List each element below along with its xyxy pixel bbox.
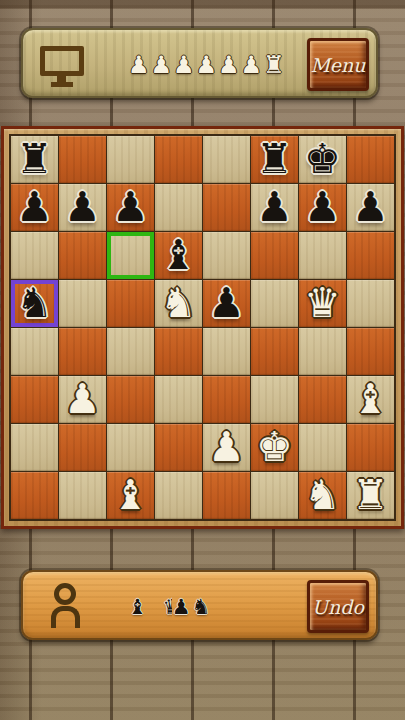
piece-black-pawn[interactable]: ♟ — [208, 280, 245, 327]
square-g4[interactable] — [299, 328, 346, 375]
captured-black-pieces-tray: ♝♛♟♞ — [128, 572, 211, 642]
square-e5[interactable]: ♟ — [203, 280, 250, 327]
square-c3[interactable] — [107, 376, 154, 423]
captured-white-pawn-icon: ♟ — [196, 53, 218, 77]
square-h1[interactable]: ♜ — [347, 472, 394, 519]
square-a4[interactable] — [11, 328, 58, 375]
square-g6[interactable] — [299, 232, 346, 279]
piece-black-king[interactable]: ♚ — [304, 136, 341, 183]
square-h4[interactable] — [347, 328, 394, 375]
square-e4[interactable] — [203, 328, 250, 375]
square-h3[interactable]: ♝ — [347, 376, 394, 423]
square-g8[interactable]: ♚ — [299, 136, 346, 183]
piece-black-rook[interactable]: ♜ — [16, 136, 53, 183]
piece-white-knight[interactable]: ♞ — [160, 280, 197, 327]
piece-black-pawn[interactable]: ♟ — [256, 184, 293, 231]
chess-app-screen: ♟♟♟♟♟♟♜ Menu ♜♜♚♟♟♟♟♟♟♝♞♞♟♛♟♝♟♚♝♞♜ ♝♛♟♞ … — [0, 0, 405, 720]
piece-white-rook[interactable]: ♜ — [352, 472, 389, 519]
captured-white-pawn-icon: ♟ — [218, 53, 240, 77]
piece-white-bishop[interactable]: ♝ — [112, 472, 149, 519]
piece-black-pawn[interactable]: ♟ — [64, 184, 101, 231]
piece-white-knight[interactable]: ♞ — [304, 472, 341, 519]
square-e8[interactable] — [203, 136, 250, 183]
square-a2[interactable] — [11, 424, 58, 471]
piece-black-knight[interactable]: ♞ — [16, 280, 53, 327]
captured-black-knight-icon: ♞ — [192, 597, 211, 618]
square-f3[interactable] — [251, 376, 298, 423]
square-a8[interactable]: ♜ — [11, 136, 58, 183]
square-e6[interactable] — [203, 232, 250, 279]
square-g3[interactable] — [299, 376, 346, 423]
square-b1[interactable] — [59, 472, 106, 519]
last-move-from-highlight — [107, 232, 154, 279]
square-h2[interactable] — [347, 424, 394, 471]
piece-white-bishop[interactable]: ♝ — [352, 376, 389, 423]
square-c6[interactable] — [107, 232, 154, 279]
captured-black-pawn-icon: ♟ — [172, 597, 191, 618]
square-d6[interactable]: ♝ — [155, 232, 202, 279]
square-e3[interactable] — [203, 376, 250, 423]
square-f1[interactable] — [251, 472, 298, 519]
menu-button[interactable]: Menu — [307, 38, 369, 91]
square-h7[interactable]: ♟ — [347, 184, 394, 231]
captured-white-pawn-icon: ♟ — [151, 53, 173, 77]
square-f8[interactable]: ♜ — [251, 136, 298, 183]
captured-black-queen-icon: ♛ — [163, 597, 172, 618]
square-b7[interactable]: ♟ — [59, 184, 106, 231]
square-d7[interactable] — [155, 184, 202, 231]
square-d2[interactable] — [155, 424, 202, 471]
square-g7[interactable]: ♟ — [299, 184, 346, 231]
square-b4[interactable] — [59, 328, 106, 375]
piece-white-pawn[interactable]: ♟ — [208, 424, 245, 471]
piece-white-queen[interactable]: ♛ — [304, 280, 341, 327]
square-b2[interactable] — [59, 424, 106, 471]
square-d5[interactable]: ♞ — [155, 280, 202, 327]
square-f6[interactable] — [251, 232, 298, 279]
computer-icon — [40, 46, 84, 86]
square-h6[interactable] — [347, 232, 394, 279]
square-f7[interactable]: ♟ — [251, 184, 298, 231]
board-frame: ♜♜♚♟♟♟♟♟♟♝♞♞♟♛♟♝♟♚♝♞♜ — [9, 134, 396, 521]
square-c8[interactable] — [107, 136, 154, 183]
undo-button[interactable]: Undo — [307, 580, 369, 633]
square-g1[interactable]: ♞ — [299, 472, 346, 519]
square-e2[interactable]: ♟ — [203, 424, 250, 471]
square-c2[interactable] — [107, 424, 154, 471]
square-c4[interactable] — [107, 328, 154, 375]
square-a1[interactable] — [11, 472, 58, 519]
square-g2[interactable] — [299, 424, 346, 471]
square-f5[interactable] — [251, 280, 298, 327]
chess-board: ♜♜♚♟♟♟♟♟♟♝♞♞♟♛♟♝♟♚♝♞♜ — [1, 126, 404, 529]
captured-white-pawn-icon: ♟ — [173, 53, 195, 77]
square-f4[interactable] — [251, 328, 298, 375]
square-d3[interactable] — [155, 376, 202, 423]
square-d4[interactable] — [155, 328, 202, 375]
square-a5[interactable]: ♞ — [11, 280, 58, 327]
square-a7[interactable]: ♟ — [11, 184, 58, 231]
square-a3[interactable] — [11, 376, 58, 423]
piece-black-pawn[interactable]: ♟ — [112, 184, 149, 231]
square-c5[interactable] — [107, 280, 154, 327]
square-b8[interactable] — [59, 136, 106, 183]
board-squares: ♜♜♚♟♟♟♟♟♟♝♞♞♟♛♟♝♟♚♝♞♜ — [11, 136, 394, 519]
square-c1[interactable]: ♝ — [107, 472, 154, 519]
piece-black-pawn[interactable]: ♟ — [16, 184, 53, 231]
square-g5[interactable]: ♛ — [299, 280, 346, 327]
square-b5[interactable] — [59, 280, 106, 327]
player-bar: ♝♛♟♞ Undo — [21, 570, 378, 640]
square-d1[interactable] — [155, 472, 202, 519]
square-h8[interactable] — [347, 136, 394, 183]
piece-black-pawn[interactable]: ♟ — [352, 184, 389, 231]
square-e7[interactable] — [203, 184, 250, 231]
square-e1[interactable] — [203, 472, 250, 519]
piece-black-bishop[interactable]: ♝ — [160, 232, 197, 279]
square-b6[interactable] — [59, 232, 106, 279]
piece-black-rook[interactable]: ♜ — [256, 136, 293, 183]
piece-white-king[interactable]: ♚ — [256, 424, 293, 471]
captured-white-rook-icon: ♜ — [263, 53, 285, 77]
square-b3[interactable]: ♟ — [59, 376, 106, 423]
square-h5[interactable] — [347, 280, 394, 327]
square-a6[interactable] — [11, 232, 58, 279]
square-d8[interactable] — [155, 136, 202, 183]
opponent-bar: ♟♟♟♟♟♟♜ Menu — [21, 28, 378, 98]
person-icon — [47, 583, 83, 629]
captured-black-bishop-icon: ♝ — [128, 597, 147, 618]
captured-white-pieces-tray: ♟♟♟♟♟♟♜ — [128, 30, 286, 100]
captured-white-pawn-icon: ♟ — [241, 53, 263, 77]
square-f2[interactable]: ♚ — [251, 424, 298, 471]
piece-black-pawn[interactable]: ♟ — [304, 184, 341, 231]
square-c7[interactable]: ♟ — [107, 184, 154, 231]
piece-white-pawn[interactable]: ♟ — [64, 376, 101, 423]
captured-white-pawn-icon: ♟ — [128, 53, 150, 77]
